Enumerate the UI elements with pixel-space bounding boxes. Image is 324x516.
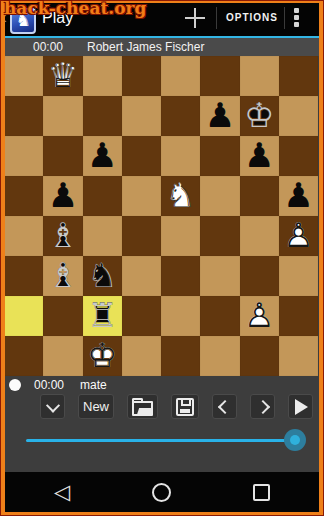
- square-d4[interactable]: [122, 216, 161, 256]
- square-a6[interactable]: [4, 136, 43, 176]
- square-g7[interactable]: ♚♔: [240, 96, 279, 136]
- square-c4[interactable]: [83, 216, 122, 256]
- square-b4[interactable]: ♝♗: [43, 216, 82, 256]
- square-b6[interactable]: [43, 136, 82, 176]
- slider-track[interactable]: [26, 439, 296, 442]
- chess-board[interactable]: ♛♕♟♚♔♟♟♟♞♘♟♝♗♟♙♝♗♞♘♜♖♟♙♚♔: [4, 56, 318, 376]
- save-button[interactable]: [171, 394, 199, 419]
- square-b1[interactable]: [43, 336, 82, 376]
- player-clock: 00:00: [34, 378, 64, 392]
- square-c7[interactable]: [83, 96, 122, 136]
- black-pawn: ♟: [43, 176, 82, 216]
- chevron-down-icon: [45, 398, 59, 412]
- square-c6[interactable]: ♟: [83, 136, 122, 176]
- overflow-menu-icon[interactable]: [294, 8, 299, 27]
- new-game-button[interactable]: New: [78, 394, 114, 419]
- white-pawn: ♟♙: [240, 296, 279, 336]
- square-a8[interactable]: [4, 56, 43, 96]
- square-f7[interactable]: ♟: [200, 96, 239, 136]
- square-b5[interactable]: ♟: [43, 176, 82, 216]
- plus-icon[interactable]: [185, 8, 205, 28]
- square-h3[interactable]: [279, 256, 318, 296]
- play-icon: [295, 399, 308, 415]
- square-c1[interactable]: ♚♔: [83, 336, 122, 376]
- black-rook: ♜♖: [83, 296, 122, 336]
- move-slider[interactable]: [0, 424, 324, 458]
- play-button[interactable]: [288, 394, 313, 419]
- opponent-name: Robert James Fischer: [87, 40, 204, 54]
- black-pawn: ♟: [279, 176, 318, 216]
- square-g4[interactable]: [240, 216, 279, 256]
- square-h7[interactable]: [279, 96, 318, 136]
- status-row: 00:00 mate: [0, 376, 324, 393]
- black-pawn: ♟: [200, 96, 239, 136]
- square-e3[interactable]: [161, 256, 200, 296]
- square-a2[interactable]: [4, 296, 43, 336]
- square-f1[interactable]: [200, 336, 239, 376]
- opponent-bar: 00:00 Robert James Fischer: [0, 38, 324, 56]
- open-button[interactable]: [127, 394, 158, 419]
- square-e4[interactable]: [161, 216, 200, 256]
- square-h6[interactable]: [279, 136, 318, 176]
- black-bishop: ♝♗: [43, 256, 82, 296]
- square-a7[interactable]: [4, 96, 43, 136]
- square-b2[interactable]: [43, 296, 82, 336]
- black-pawn: ♟: [240, 136, 279, 176]
- square-e6[interactable]: [161, 136, 200, 176]
- chevron-left-icon: [217, 399, 231, 413]
- square-f5[interactable]: [200, 176, 239, 216]
- square-g2[interactable]: ♟♙: [240, 296, 279, 336]
- square-a1[interactable]: [4, 336, 43, 376]
- square-c2[interactable]: ♜♖: [83, 296, 122, 336]
- folder-icon: [132, 401, 153, 416]
- square-g5[interactable]: [240, 176, 279, 216]
- square-e2[interactable]: [161, 296, 200, 336]
- square-b3[interactable]: ♝♗: [43, 256, 82, 296]
- slider-thumb-dot: [290, 435, 300, 445]
- square-f2[interactable]: [200, 296, 239, 336]
- square-e8[interactable]: [161, 56, 200, 96]
- options-button[interactable]: OPTIONS: [226, 12, 278, 23]
- back-caret-icon[interactable]: ‹: [1, 7, 7, 27]
- app-icon: ♞: [10, 8, 36, 34]
- next-move-button[interactable]: [250, 394, 275, 419]
- square-e5[interactable]: ♞♘: [161, 176, 200, 216]
- floppy-icon: [176, 398, 194, 416]
- square-a5[interactable]: [4, 176, 43, 216]
- square-d5[interactable]: [122, 176, 161, 216]
- square-h2[interactable]: [279, 296, 318, 336]
- action-bar: ‹ ♞ Play OPTIONS: [0, 0, 324, 36]
- game-status-text: mate: [80, 378, 107, 392]
- expand-button[interactable]: [40, 394, 65, 419]
- white-knight: ♞♘: [161, 176, 200, 216]
- square-f6[interactable]: [200, 136, 239, 176]
- square-f4[interactable]: [200, 216, 239, 256]
- opponent-clock: 00:00: [33, 40, 63, 54]
- square-b8[interactable]: ♛♕: [43, 56, 82, 96]
- prev-move-button[interactable]: [212, 394, 237, 419]
- square-a4[interactable]: [4, 216, 43, 256]
- black-bishop: ♝♗: [43, 216, 82, 256]
- square-d8[interactable]: [122, 56, 161, 96]
- square-h4[interactable]: ♟♙: [279, 216, 318, 256]
- square-c5[interactable]: [83, 176, 122, 216]
- square-d2[interactable]: [122, 296, 161, 336]
- knight-app-icon: ♞: [15, 12, 30, 29]
- square-g8[interactable]: [240, 56, 279, 96]
- black-king: ♚♔: [240, 96, 279, 136]
- square-g1[interactable]: [240, 336, 279, 376]
- new-game-label: New: [83, 399, 109, 414]
- square-d1[interactable]: [122, 336, 161, 376]
- square-f8[interactable]: [200, 56, 239, 96]
- white-king: ♚♔: [83, 336, 122, 376]
- home-circle-icon[interactable]: [152, 483, 171, 502]
- square-h5[interactable]: ♟: [279, 176, 318, 216]
- action-bar-divider: [284, 7, 285, 29]
- square-e7[interactable]: [161, 96, 200, 136]
- white-pawn: ♟♙: [279, 216, 318, 256]
- recents-square-icon[interactable]: [253, 484, 270, 501]
- white-queen: ♛♕: [43, 56, 82, 96]
- square-g6[interactable]: ♟: [240, 136, 279, 176]
- square-h8[interactable]: [279, 56, 318, 96]
- toolbar: New: [0, 393, 324, 420]
- action-bar-divider: [216, 7, 217, 29]
- square-c3[interactable]: ♞♘: [83, 256, 122, 296]
- slider-thumb[interactable]: [284, 429, 306, 451]
- black-pawn: ♟: [83, 136, 122, 176]
- square-c8[interactable]: [83, 56, 122, 96]
- back-triangle-icon[interactable]: ◁: [54, 482, 70, 503]
- square-d3[interactable]: [122, 256, 161, 296]
- page-title: Play: [42, 8, 73, 28]
- square-a3[interactable]: [4, 256, 43, 296]
- black-knight: ♞♘: [83, 256, 122, 296]
- chevron-right-icon: [255, 399, 269, 413]
- square-d6[interactable]: [122, 136, 161, 176]
- chess-app-screen: ‹ ♞ Play OPTIONS 00:00 Robert James Fisc…: [0, 0, 324, 516]
- square-f3[interactable]: [200, 256, 239, 296]
- engine-indicator-dot: [9, 379, 21, 391]
- square-b7[interactable]: [43, 96, 82, 136]
- square-g3[interactable]: [240, 256, 279, 296]
- square-d7[interactable]: [122, 96, 161, 136]
- square-h1[interactable]: [279, 336, 318, 376]
- android-nav-bar: ◁: [0, 472, 324, 512]
- square-e1[interactable]: [161, 336, 200, 376]
